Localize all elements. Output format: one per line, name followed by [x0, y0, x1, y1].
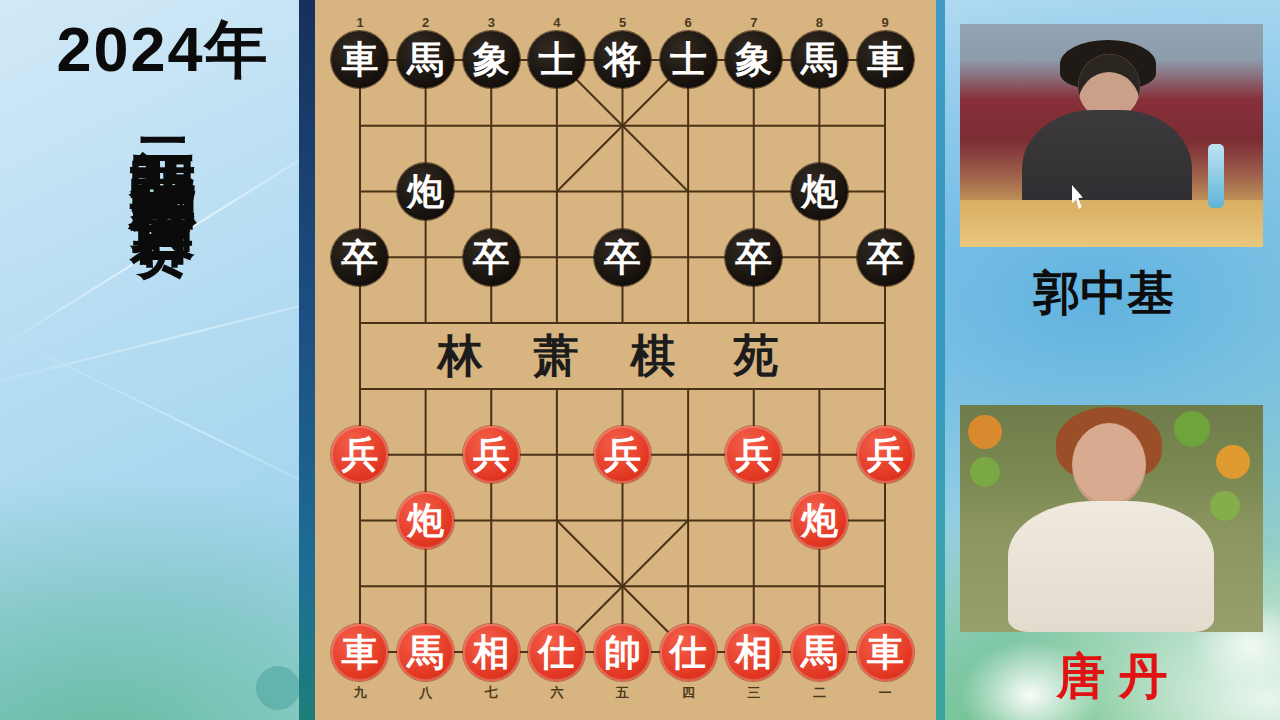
- board-cell[interactable]: 炮: [787, 488, 853, 554]
- red-piece-馬[interactable]: 馬: [791, 624, 848, 681]
- board-cell[interactable]: 馬: [787, 619, 853, 685]
- red-piece-兵[interactable]: 兵: [463, 426, 520, 483]
- column-label-bottom: 三: [747, 684, 760, 702]
- player-photo-bottom: [960, 405, 1263, 632]
- column-label-bottom: 二: [813, 684, 826, 702]
- board-cell[interactable]: 兵: [458, 422, 524, 488]
- black-piece-士[interactable]: 士: [528, 31, 585, 88]
- board-cell[interactable]: 士: [655, 27, 721, 93]
- board-cell[interactable]: 卒: [590, 224, 656, 290]
- board-cell[interactable]: 馬: [393, 27, 459, 93]
- red-piece-仕[interactable]: 仕: [660, 624, 717, 681]
- board-cell[interactable]: 相: [721, 619, 787, 685]
- red-piece-兵[interactable]: 兵: [331, 426, 388, 483]
- black-piece-炮[interactable]: 炮: [397, 163, 454, 220]
- board-cell[interactable]: 車: [327, 619, 393, 685]
- board-cell[interactable]: 相: [458, 619, 524, 685]
- board-cell[interactable]: 卒: [458, 224, 524, 290]
- column-label-bottom: 一: [879, 684, 892, 702]
- red-piece-兵[interactable]: 兵: [857, 426, 914, 483]
- red-piece-兵[interactable]: 兵: [725, 426, 782, 483]
- board-cell[interactable]: 象: [721, 27, 787, 93]
- board-cell[interactable]: 馬: [393, 619, 459, 685]
- column-label-bottom: 六: [550, 684, 563, 702]
- black-piece-将[interactable]: 将: [594, 31, 651, 88]
- xiangqi-board[interactable]: 123456789 九八七六五四三二一 林萧棋苑 車馬象士将士象馬車炮炮卒卒卒卒…: [315, 0, 936, 720]
- black-piece-士[interactable]: 士: [660, 31, 717, 88]
- board-cell[interactable]: 炮: [787, 159, 853, 225]
- board-cell[interactable]: 兵: [327, 422, 393, 488]
- board-left-edge: [299, 0, 315, 720]
- board-cell[interactable]: 将: [590, 27, 656, 93]
- black-piece-車[interactable]: 車: [331, 31, 388, 88]
- photo-background-bead: [1174, 411, 1210, 447]
- board-cell[interactable]: 兵: [721, 422, 787, 488]
- board-right-edge: [936, 0, 945, 720]
- black-piece-象[interactable]: 象: [463, 31, 520, 88]
- column-label-bottom: 九: [354, 684, 367, 702]
- wallpaper-circle: [256, 666, 300, 710]
- black-piece-馬[interactable]: 馬: [397, 31, 454, 88]
- black-piece-卒[interactable]: 卒: [725, 229, 782, 286]
- black-piece-馬[interactable]: 馬: [791, 31, 848, 88]
- photo-background-bead: [1216, 445, 1250, 479]
- red-piece-炮[interactable]: 炮: [791, 492, 848, 549]
- player-photo-top: [960, 24, 1263, 247]
- column-label-bottom: 八: [419, 684, 432, 702]
- red-piece-相[interactable]: 相: [725, 624, 782, 681]
- player-name-bottom: 唐 丹: [1056, 644, 1168, 710]
- board-cell[interactable]: 馬: [787, 27, 853, 93]
- red-piece-車[interactable]: 車: [857, 624, 914, 681]
- piece-grid: 車馬象士将士象馬車炮炮卒卒卒卒卒兵兵兵兵兵炮炮車馬相仕帥仕相馬車: [327, 27, 918, 685]
- board-cell[interactable]: 炮: [393, 159, 459, 225]
- red-piece-炮[interactable]: 炮: [397, 492, 454, 549]
- board-cell[interactable]: 卒: [852, 224, 918, 290]
- board-cell[interactable]: 帥: [590, 619, 656, 685]
- board-cell[interactable]: 兵: [590, 422, 656, 488]
- photo-background-bead: [970, 457, 1000, 487]
- column-label-bottom: 七: [485, 684, 498, 702]
- board-cell[interactable]: 卒: [721, 224, 787, 290]
- red-piece-馬[interactable]: 馬: [397, 624, 454, 681]
- black-piece-卒[interactable]: 卒: [594, 229, 651, 286]
- red-piece-仕[interactable]: 仕: [528, 624, 585, 681]
- column-label-bottom: 四: [682, 684, 695, 702]
- board-cell[interactable]: 象: [458, 27, 524, 93]
- board-cell[interactable]: 士: [524, 27, 590, 93]
- red-piece-帥[interactable]: 帥: [594, 624, 651, 681]
- black-piece-炮[interactable]: 炮: [791, 163, 848, 220]
- board-cell[interactable]: 車: [852, 27, 918, 93]
- photo-figure-head: [1072, 423, 1146, 507]
- column-label-bottom: 五: [616, 684, 629, 702]
- red-piece-兵[interactable]: 兵: [594, 426, 651, 483]
- photo-background-bead: [968, 415, 1002, 449]
- photo-figure-body: [1008, 501, 1214, 632]
- black-piece-卒[interactable]: 卒: [463, 229, 520, 286]
- black-piece-卒[interactable]: 卒: [857, 229, 914, 286]
- board-cell[interactable]: 車: [327, 27, 393, 93]
- board-cell[interactable]: 車: [852, 619, 918, 685]
- board-cell[interactable]: 仕: [524, 619, 590, 685]
- board-cell[interactable]: 炮: [393, 488, 459, 554]
- red-piece-車[interactable]: 車: [331, 624, 388, 681]
- player-name-top: 郭中基: [1034, 262, 1175, 325]
- red-piece-相[interactable]: 相: [463, 624, 520, 681]
- tournament-title: 2024年 元朗荣华杯擂台赛: [38, 18, 288, 165]
- board-cell[interactable]: 卒: [327, 224, 393, 290]
- board-cell[interactable]: 仕: [655, 619, 721, 685]
- photo-background-bead: [1210, 491, 1240, 521]
- black-piece-象[interactable]: 象: [725, 31, 782, 88]
- tournament-name-vertical: 元朗荣华杯擂台赛: [128, 85, 197, 165]
- photo-water-bottle: [1208, 144, 1224, 208]
- black-piece-車[interactable]: 車: [857, 31, 914, 88]
- board-cell[interactable]: 兵: [852, 422, 918, 488]
- tournament-year: 2024年: [38, 18, 288, 81]
- black-piece-卒[interactable]: 卒: [331, 229, 388, 286]
